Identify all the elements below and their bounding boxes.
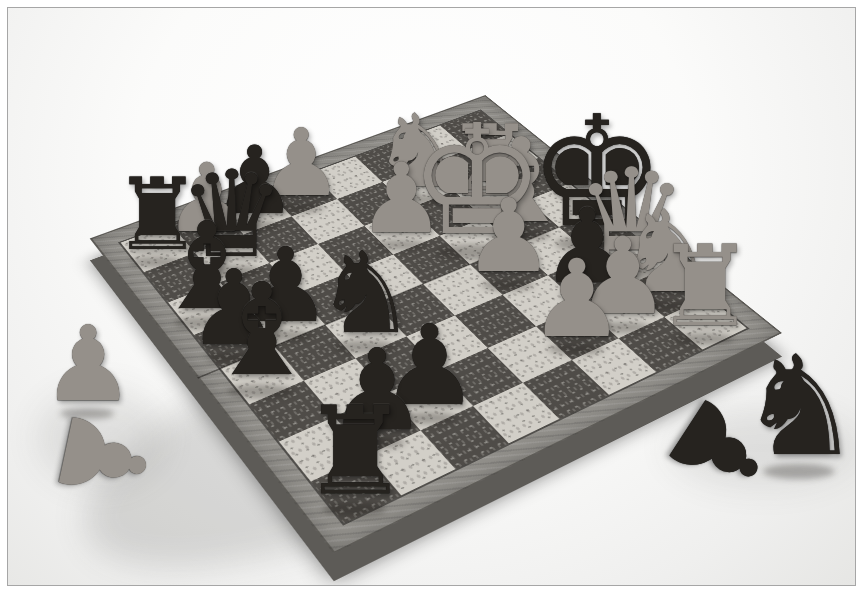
piece-contact-shadow [347,437,405,449]
light-king-on-board: ♚ [409,106,545,258]
light-pawn-on-board: ♟ [529,245,625,352]
piece-contact-shadow [175,317,238,330]
light-rook-glyph: ♜ [446,112,535,211]
piece-contact-shadow [464,203,515,214]
light-pawn-glyph: ♟ [164,151,249,246]
captured-light-pawn-fallen: ♟ [39,397,169,518]
light-queen-on-board: ♛ [575,153,688,279]
captured-light-pawn-upright: ♟ [41,312,134,416]
piece-contact-shadow [594,322,649,334]
dark-pawn-on-board: ♟ [213,134,297,228]
piece-contact-shadow [559,290,613,301]
light-pawn-glyph: ♟ [259,117,342,210]
light-bishop-on-board: ♝ [469,122,573,238]
dark-pawn-glyph: ♟ [541,195,633,298]
light-pawn-on-board: ♟ [259,117,342,210]
light-pawn-on-board: ♟ [164,151,249,246]
photograph: ♜♟♟♟♛♞♝♟♜♟♟♚♝♝♞♟♚♟♛♟♟♟♟♞♜♜♟♟♟♞ [0,0,865,595]
dark-bishop-on-board: ♝ [205,268,319,396]
dark-pawn-on-board: ♟ [541,195,633,298]
piece-contact-shadow [637,300,696,312]
dark-pawn-glyph: ♟ [646,376,795,521]
light-bishop-glyph: ♝ [469,122,573,238]
light-pawn-glyph: ♟ [575,224,670,330]
piece-contact-shadow [60,408,114,419]
light-knight-on-board: ♞ [617,196,718,309]
piece-contact-shadow [436,244,515,261]
dark-knight-on-board: ♞ [315,237,416,350]
piece-contact-shadow [229,220,278,230]
dark-rook-glyph: ♜ [113,165,202,265]
dark-pawn-glyph: ♟ [213,134,297,228]
light-rook-on-board: ♜ [446,112,535,211]
piece-contact-shadow [335,341,394,353]
dark-rook-on-board: ♜ [301,391,410,513]
light-king-glyph: ♚ [409,106,545,258]
piece-contact-shadow [400,412,458,424]
photo-frame: ♜♟♟♟♛♞♝♟♜♟♟♚♝♝♞♟♚♟♛♟♟♟♟♞♜♜♟♟♟♞ [7,7,856,586]
piece-contact-shadow [258,330,311,341]
piece-contact-shadow [390,194,442,205]
dark-rook-glyph: ♜ [301,391,410,513]
dark-bishop-glyph: ♝ [153,206,261,327]
piece-contact-shadow [131,257,183,268]
dark-bishop-glyph: ♝ [205,268,319,396]
dark-knight-glyph: ♞ [315,237,416,350]
piece-contact-shadow [763,464,835,479]
light-pawn-glyph: ♟ [39,397,169,518]
dark-bishop-on-board: ♝ [153,206,261,327]
piece-contact-shadow [675,332,733,344]
light-pawn-glyph: ♟ [41,312,134,416]
dark-king-on-board: ♚ [528,96,665,249]
light-pawn-on-board: ♟ [463,186,554,287]
dark-pawn-on-board: ♟ [327,334,428,446]
light-queen-glyph: ♛ [575,153,688,279]
captured-dark-pawn-fallen: ♟ [646,376,795,521]
dark-pawn-on-board: ♟ [239,235,331,338]
light-pawn-on-board: ♟ [358,150,445,247]
light-pawn-on-board: ♟ [575,224,670,330]
piece-contact-shadow [375,240,425,251]
light-rook-glyph: ♜ [655,230,755,342]
light-rook-on-board: ♜ [655,230,755,342]
dark-pawn-on-board: ♟ [380,310,480,421]
piece-contact-shadow [199,265,261,278]
piece-contact-shadow [227,384,293,398]
dark-pawn-glyph: ♟ [380,310,480,421]
light-knight-glyph: ♞ [373,101,463,202]
piece-contact-shadow [556,235,635,252]
piece-contact-shadow [490,229,551,242]
captured-dark-knight: ♞ [738,338,856,476]
light-knight-glyph: ♞ [617,196,718,309]
piece-contact-shadow [481,279,534,290]
light-pawn-glyph: ♟ [358,150,445,247]
dark-pawn-glyph: ♟ [187,256,280,360]
dark-king-glyph: ♚ [528,96,665,249]
piece-contact-shadow [276,203,324,213]
dark-rook-on-board: ♜ [113,165,202,265]
piece-contact-shadow [548,343,604,355]
pieces-layer: ♜♟♟♟♛♞♝♟♜♟♟♚♝♝♞♟♚♟♛♟♟♟♟♞♜♜♟♟♟♞ [8,8,855,585]
light-knight-on-board: ♞ [373,101,463,202]
dark-queen-on-board: ♛ [178,155,286,275]
light-pawn-glyph: ♟ [463,186,554,287]
piece-contact-shadow [323,503,386,516]
dark-pawn-glyph: ♟ [327,334,428,446]
dark-pawn-on-board: ♟ [187,256,280,360]
light-pawn-glyph: ♟ [529,245,625,352]
piece-contact-shadow [206,352,260,363]
piece-contact-shadow [597,268,662,282]
dark-pawn-glyph: ♟ [239,235,331,338]
dark-queen-glyph: ♛ [178,155,286,275]
piece-contact-shadow [181,238,230,248]
dark-knight-glyph: ♞ [738,338,856,476]
